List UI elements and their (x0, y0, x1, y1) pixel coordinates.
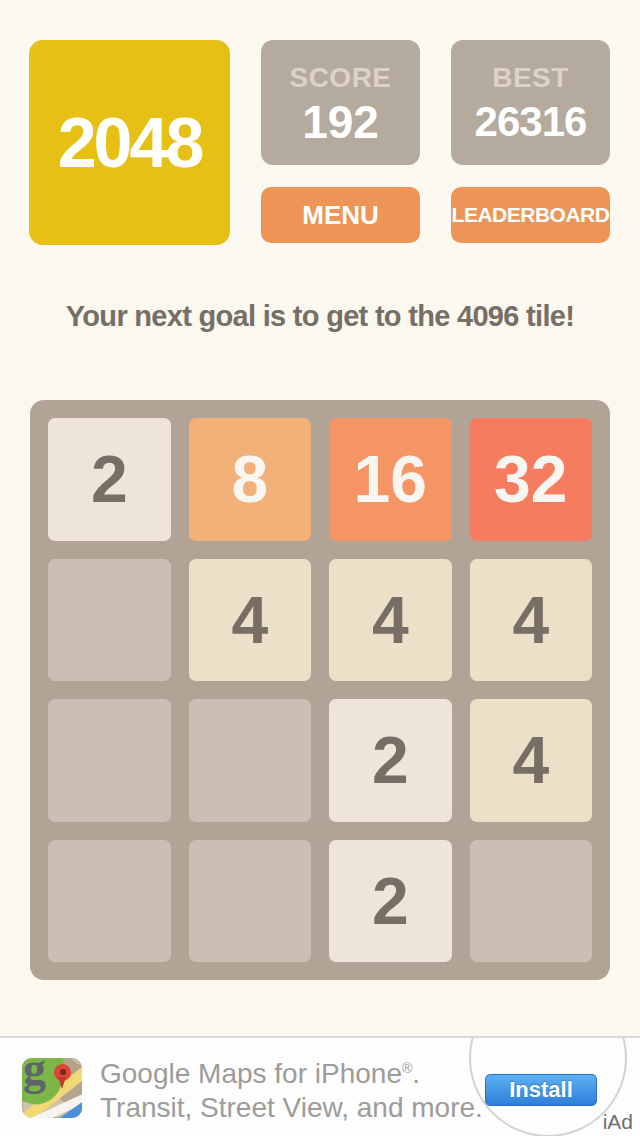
tile-32: 32 (470, 418, 593, 541)
tile-4: 4 (329, 559, 452, 682)
ad-title: Google Maps for iPhone®. (100, 1053, 483, 1089)
tile-2: 2 (48, 418, 171, 541)
ad-banner[interactable]: g Google Maps for iPhone®. Transit, Stre… (0, 1036, 640, 1136)
empty-cell (470, 840, 593, 963)
tile-4: 4 (470, 699, 593, 822)
best-box: BEST 26316 (451, 40, 610, 165)
ad-text: Google Maps for iPhone®. Transit, Street… (100, 1038, 483, 1136)
goal-text: Your next goal is to get to the 4096 til… (0, 300, 640, 333)
game-screen: 2048 SCORE 192 BEST 26316 MENU LEADERBOA… (0, 0, 640, 1136)
registered-mark: ® (402, 1060, 412, 1076)
install-button[interactable]: Install (485, 1074, 597, 1106)
empty-cell (48, 559, 171, 682)
google-g-letter: g (23, 1058, 46, 1095)
score-label: SCORE (289, 62, 391, 94)
leaderboard-button[interactable]: LEADERBOARD (451, 187, 610, 243)
tile-16: 16 (329, 418, 452, 541)
tile-2: 2 (329, 699, 452, 822)
iad-label: iAd (603, 1110, 633, 1134)
tile-4: 4 (189, 559, 312, 682)
tile-2: 2 (329, 840, 452, 963)
score-value: 192 (302, 98, 379, 146)
score-box: SCORE 192 (261, 40, 420, 165)
empty-cell (48, 840, 171, 963)
tile-4: 4 (470, 559, 593, 682)
ad-subtitle: Transit, Street View, and more. (100, 1092, 483, 1123)
best-value: 26316 (475, 98, 587, 146)
best-label: BEST (492, 62, 569, 94)
tile-8: 8 (189, 418, 312, 541)
empty-cell (48, 699, 171, 822)
google-maps-icon: g (22, 1058, 82, 1118)
empty-cell (189, 840, 312, 963)
game-board[interactable]: 281632444242 (30, 400, 610, 980)
menu-button[interactable]: MENU (261, 187, 420, 243)
map-pin-icon (54, 1064, 71, 1081)
ad-title-main: Google Maps for iPhone (100, 1058, 402, 1089)
logo-tile: 2048 (29, 40, 230, 245)
empty-cell (189, 699, 312, 822)
ad-title-period: . (412, 1058, 420, 1089)
